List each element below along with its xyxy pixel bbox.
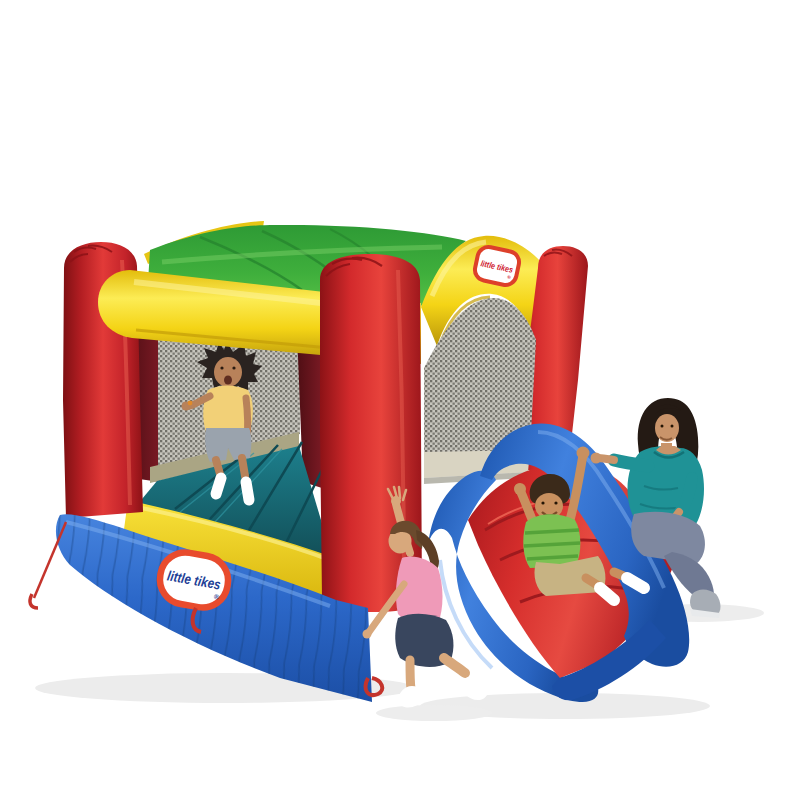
girl-jumping-sock-right: [216, 478, 221, 494]
product-photo: little tikes ®: [0, 0, 800, 800]
woman-right-sleeve: [614, 460, 648, 466]
anchor-line-left: [34, 522, 66, 598]
girl-running-back-sock: [462, 676, 489, 700]
girl-running-back-leg: [444, 658, 465, 673]
girl-jumping-sock-left: [246, 482, 249, 500]
girl-running-front-leg: [410, 660, 411, 689]
woman-face: [655, 414, 679, 442]
bounce-house-scene: little tikes ®: [0, 0, 800, 800]
girl-jumping-bracelet: [188, 401, 193, 406]
roof-logo-plate: little tikes ®: [473, 245, 521, 287]
girl-jumping-mouth: [224, 376, 232, 385]
girl-running-shadow: [376, 705, 492, 721]
